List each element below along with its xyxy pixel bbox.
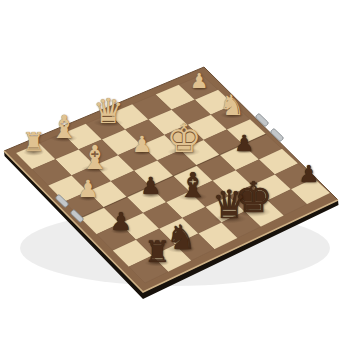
piece-white-queen-a4[interactable]: ♛ — [93, 94, 124, 128]
piece-black-pawn-g8[interactable]: ♟ — [299, 161, 320, 184]
piece-black-pawn-f1[interactable]: ♟ — [110, 211, 132, 236]
piece-white-pawn-d1[interactable]: ♟ — [77, 178, 98, 202]
product-photo-stage: ♟♞♛♝♟♚♟♜♝♟♟♝♟♚♛♟♞♜ — [0, 0, 360, 360]
piece-white-knight-c8[interactable]: ♞ — [219, 91, 245, 120]
piece-black-rook-h1[interactable]: ♜ — [144, 238, 170, 268]
piece-black-queen-h5[interactable]: ♛ — [212, 186, 247, 225]
piece-black-pawn-e3[interactable]: ♟ — [140, 176, 161, 200]
piece-white-pawn-c4[interactable]: ♟ — [132, 134, 152, 156]
piece-white-bishop-c2[interactable]: ♝ — [80, 141, 110, 174]
piece-black-pawn-e7[interactable]: ♟ — [234, 132, 254, 154]
piece-white-king-d6[interactable]: ♚ — [166, 119, 201, 158]
piece-white-pawn-a8[interactable]: ♟ — [190, 71, 208, 91]
piece-white-bishop-a2[interactable]: ♝ — [50, 112, 79, 144]
piece-white-rook-a1[interactable]: ♜ — [22, 131, 45, 157]
piece-black-bishop-f4[interactable]: ♝ — [178, 168, 209, 202]
